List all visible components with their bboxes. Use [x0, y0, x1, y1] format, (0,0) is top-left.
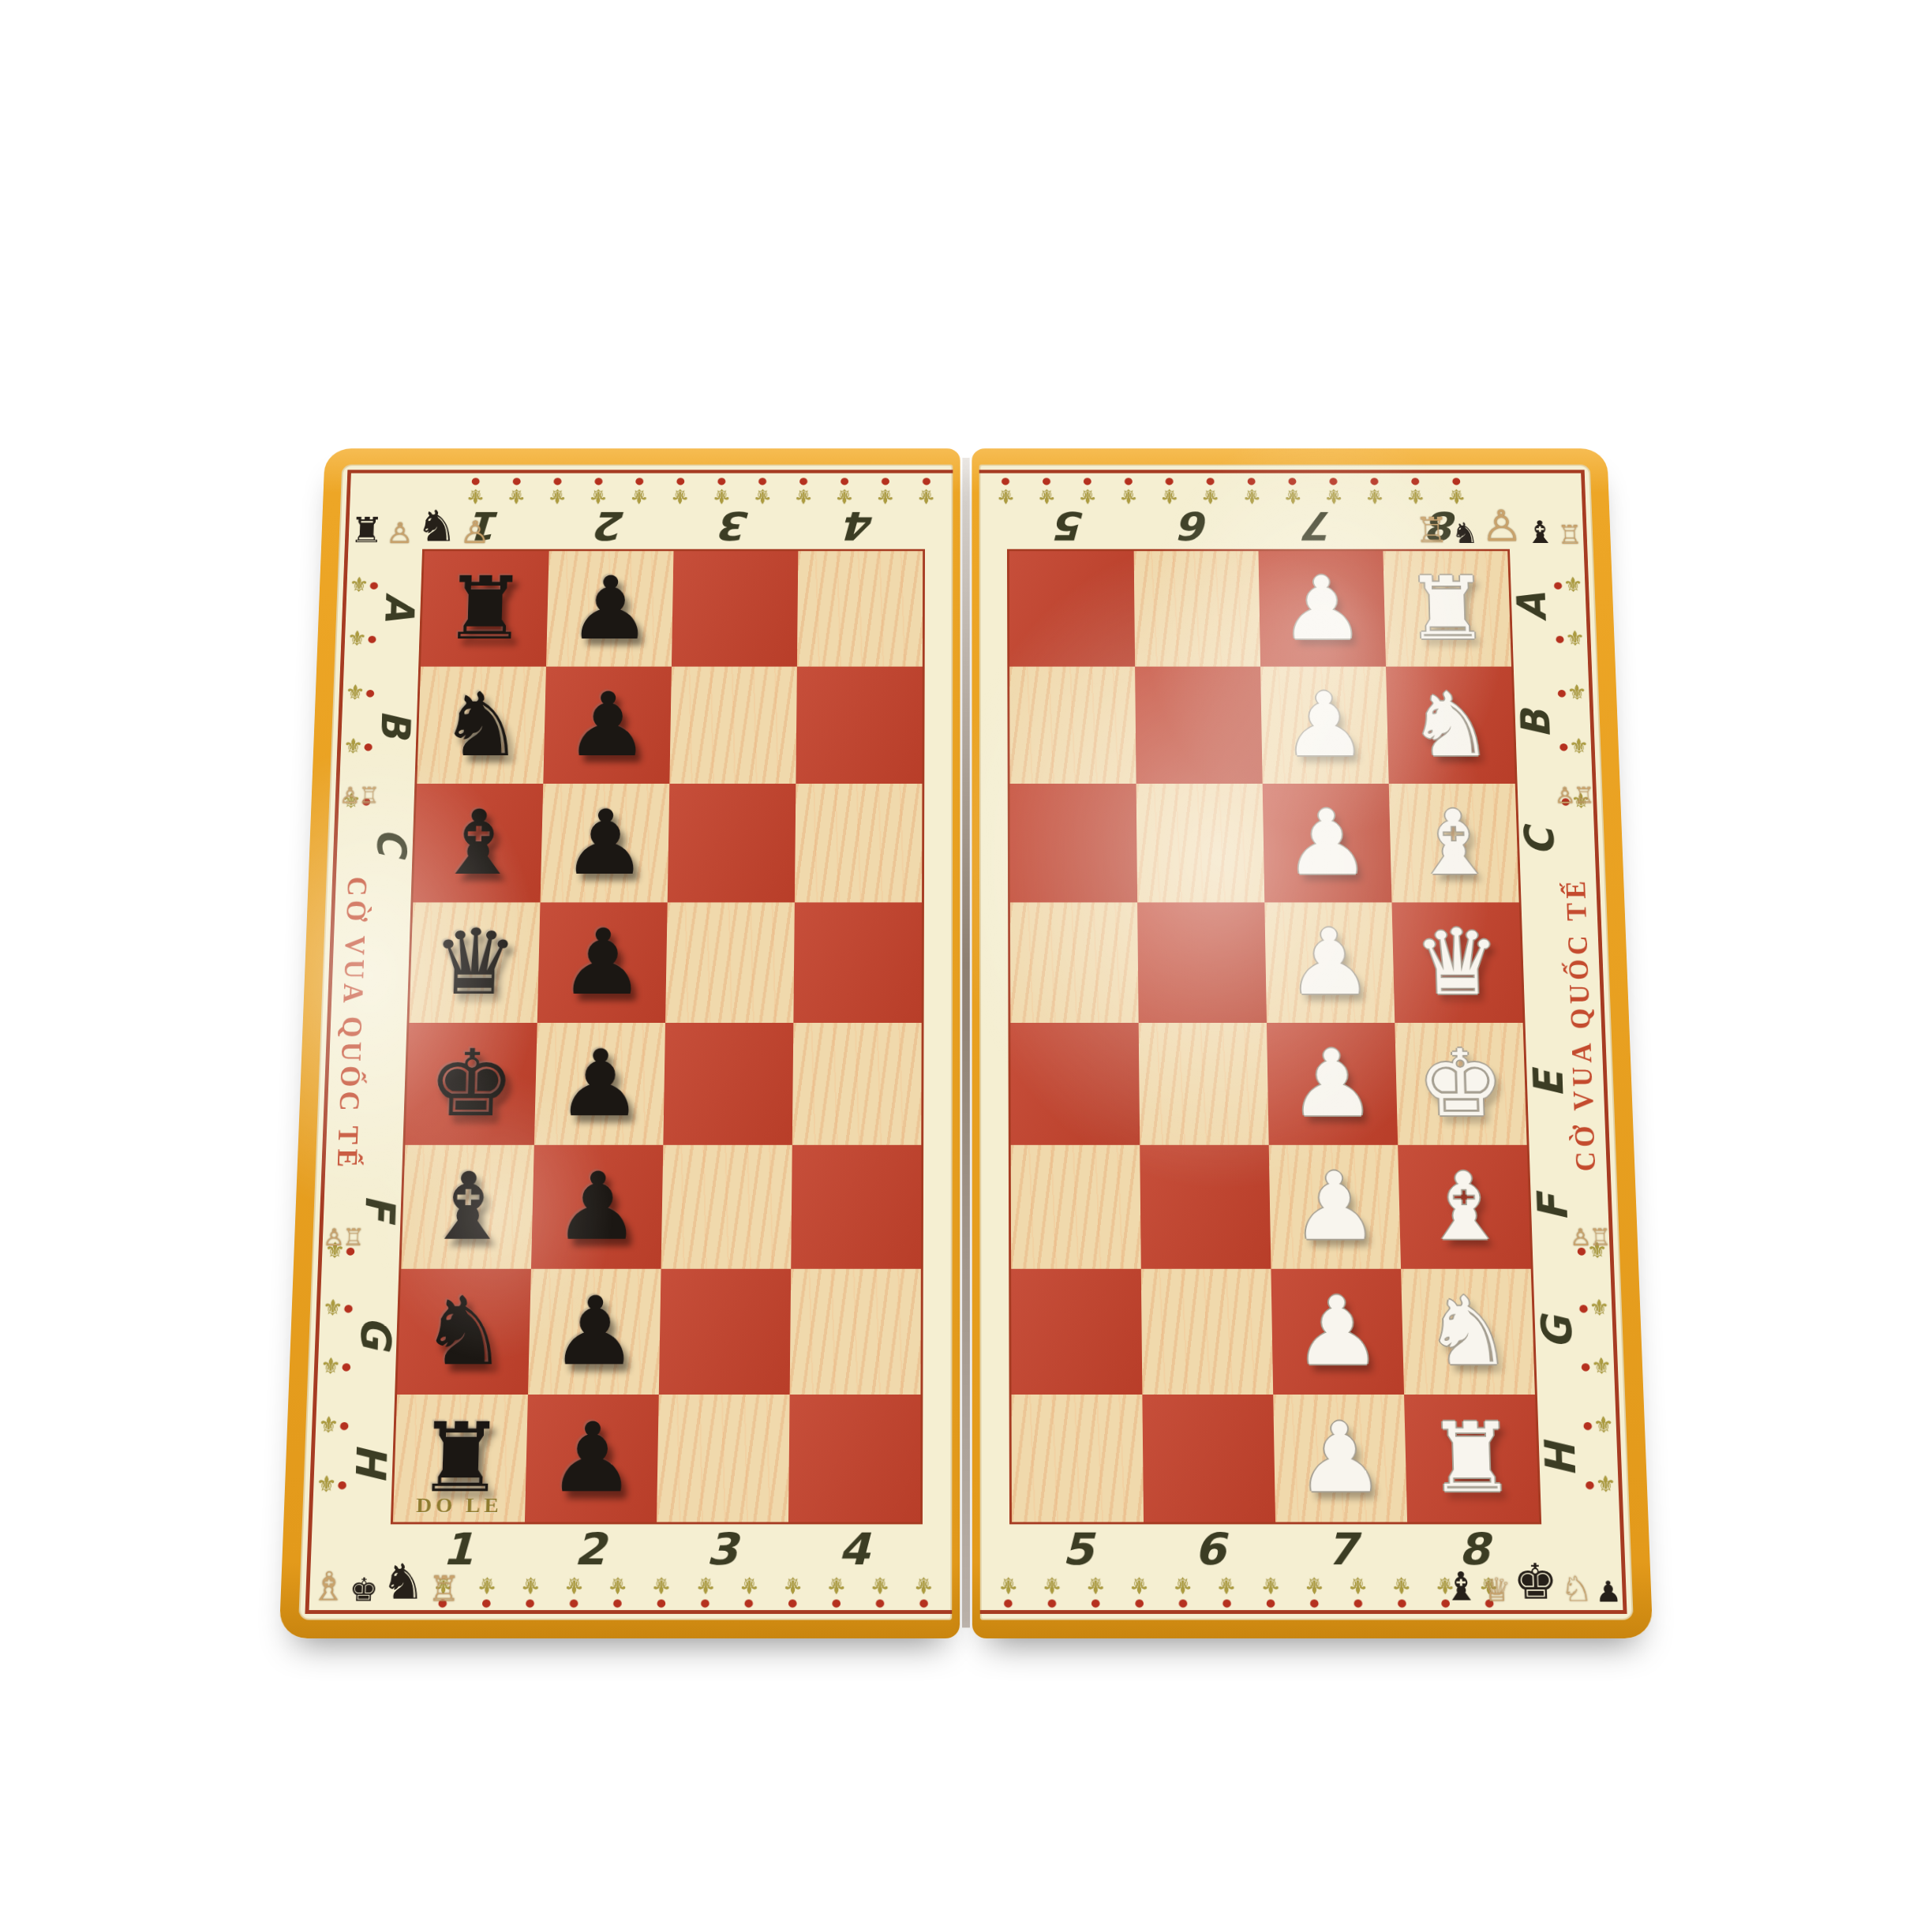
square-B3[interactable] — [669, 667, 797, 784]
piece-white-pawn[interactable]: ♟ — [1285, 902, 1373, 1023]
fleur-de-lis-ornament: ⚜● — [343, 736, 373, 757]
piece-black-bishop[interactable]: ♝ — [434, 784, 523, 902]
square-F7[interactable]: ♟ — [1269, 1145, 1401, 1269]
ornament-dot: ● — [676, 476, 686, 485]
fleur-de-lis-ornament: ⚜● — [322, 1297, 354, 1320]
fleur-de-lis-ornament: ⚜● — [913, 1573, 934, 1607]
tan-piece-illustration: ♘ — [1559, 1571, 1593, 1606]
square-B5[interactable] — [1009, 667, 1136, 784]
left-half-border-panel: ⚜●⚜●⚜●⚜●⚜●⚜●⚜●⚜●⚜●⚜●⚜●⚜● ⚜●⚜●⚜●⚜●⚜●⚜●⚜●⚜… — [298, 465, 953, 1620]
square-E2[interactable]: ♟ — [534, 1023, 665, 1145]
square-A6[interactable] — [1134, 551, 1260, 666]
square-C6[interactable] — [1136, 784, 1265, 902]
tan-piece-illustration: ♖ — [1557, 522, 1583, 548]
square-G5[interactable] — [1011, 1269, 1142, 1395]
ornament-dot: ● — [635, 476, 645, 485]
black-piece-illustration: ♚ — [349, 1574, 380, 1607]
fleur-de-lis-ornament: ⚜● — [834, 476, 854, 506]
fleur-de-lis-icon: ⚜ — [1041, 1573, 1062, 1596]
fleur-de-lis-icon: ⚜ — [476, 1573, 497, 1596]
piece-black-rook[interactable]: ♜ — [441, 551, 529, 666]
square-E3[interactable] — [663, 1023, 793, 1145]
fleur-de-lis-ornament: ⚜● — [1581, 1355, 1612, 1377]
fleur-de-lis-icon: ⚜ — [739, 1573, 760, 1596]
square-C3[interactable] — [668, 784, 796, 902]
right-edge-rook-illustration-lower: ♙♖ — [1565, 1224, 1613, 1250]
fleur-de-lis-ornament: ⚜● — [670, 476, 691, 506]
fleur-de-lis-ornament: ⚜● — [1559, 736, 1589, 757]
file-letter-G: G — [1533, 1270, 1581, 1396]
fleur-de-lis-icon: ⚜ — [320, 1355, 341, 1377]
rank-number-label: 5 — [1057, 506, 1087, 545]
ornament-dot: ● — [594, 476, 604, 485]
left-edge-rook-illustration-upper: ♙♖ — [335, 783, 382, 808]
fleur-de-lis-icon: ⚜ — [695, 1573, 716, 1596]
rank-number-top-4: 4 — [798, 506, 923, 546]
left-half-bottom-fleur-band: ⚜●⚜●⚜●⚜●⚜●⚜●⚜●⚜●⚜●⚜●⚜●⚜● — [421, 1573, 946, 1608]
square-D3[interactable] — [665, 902, 795, 1023]
square-C4[interactable] — [795, 784, 923, 902]
square-H7[interactable]: ♟ — [1273, 1395, 1407, 1522]
piece-white-pawn[interactable]: ♟ — [1283, 784, 1372, 902]
square-F3[interactable] — [661, 1145, 792, 1269]
square-B2[interactable]: ♟ — [543, 667, 672, 784]
ornament-dot: ● — [1555, 634, 1564, 643]
fleur-de-lis-icon: ⚜ — [318, 1413, 339, 1436]
tan-piece-illustration: ♙ — [323, 1223, 343, 1251]
rank-number-label: 7 — [1305, 506, 1335, 545]
fleur-de-lis-ornament: ⚜● — [1553, 575, 1583, 596]
fleur-de-lis-ornament: ⚜● — [1365, 476, 1385, 506]
fleur-de-lis-icon: ⚜ — [345, 682, 365, 702]
folding-chess-board: ⚜●⚜●⚜●⚜●⚜●⚜●⚜●⚜●⚜●⚜●⚜●⚜● ⚜●⚜●⚜●⚜●⚜●⚜●⚜●⚜… — [279, 448, 1653, 1638]
square-A5[interactable] — [1009, 551, 1135, 666]
fleur-de-lis-ornament: ⚜● — [752, 476, 772, 506]
rank-number-label: 4 — [846, 506, 876, 545]
maker-label: DO LE — [393, 1493, 526, 1518]
fleur-de-lis-icon: ⚜ — [1593, 1413, 1614, 1436]
square-B7[interactable]: ♟ — [1260, 667, 1389, 784]
fleur-de-lis-ornament: ⚜● — [996, 476, 1016, 506]
fleur-de-lis-icon: ⚜ — [520, 1573, 541, 1596]
tan-piece-illustration: ♙ — [1554, 782, 1574, 808]
file-letter-A: A — [377, 549, 422, 665]
fleur-de-lis-icon: ⚜ — [1241, 485, 1261, 505]
fleur-de-lis-ornament: ⚜● — [651, 1573, 672, 1607]
ornament-dot: ● — [1288, 476, 1297, 485]
tan-piece-illustration: ♖ — [427, 1571, 460, 1606]
square-G1[interactable]: ♞ — [397, 1269, 531, 1395]
square-E7[interactable]: ♟ — [1267, 1023, 1398, 1145]
ornament-dot: ● — [717, 476, 726, 485]
square-B4[interactable] — [796, 667, 922, 784]
piece-white-knight[interactable]: ♞ — [1406, 667, 1495, 784]
file-letter-G: G — [351, 1270, 399, 1396]
ornament-dot: ● — [1578, 1303, 1588, 1313]
square-F2[interactable]: ♟ — [531, 1145, 663, 1269]
square-D8[interactable]: ♛ — [1391, 902, 1522, 1023]
fleur-de-lis-ornament: ⚜● — [1172, 1573, 1193, 1607]
ornament-dot: ● — [1042, 476, 1050, 485]
square-D6[interactable] — [1137, 902, 1267, 1023]
fleur-de-lis-icon: ⚜ — [1282, 485, 1302, 505]
square-F6[interactable] — [1140, 1145, 1271, 1269]
rank-number-top-7: 7 — [1258, 506, 1383, 546]
square-H3[interactable] — [657, 1395, 790, 1522]
square-H2[interactable]: ♟ — [525, 1395, 659, 1522]
ornament-dot: ● — [881, 476, 889, 485]
square-E8[interactable]: ♚ — [1395, 1023, 1526, 1145]
fleur-de-lis-ornament: ⚜● — [1582, 1413, 1614, 1436]
file-letter-label: A — [376, 593, 424, 621]
black-piece-illustration: ♞ — [415, 504, 459, 548]
fleur-de-lis-ornament: ⚜● — [1077, 476, 1097, 506]
piece-white-pawn[interactable]: ♟ — [1281, 667, 1368, 784]
tan-piece-illustration: ♖ — [1589, 1223, 1609, 1251]
ornament-dot: ● — [512, 476, 522, 485]
square-A8[interactable]: ♜ — [1383, 551, 1511, 666]
file-letter-B: B — [1514, 665, 1559, 783]
square-F5[interactable] — [1011, 1145, 1141, 1269]
fleur-de-lis-ornament: ⚜● — [1129, 1573, 1150, 1607]
fleur-de-lis-icon: ⚜ — [913, 1573, 934, 1596]
fleur-de-lis-icon: ⚜ — [875, 485, 895, 505]
piece-white-pawn[interactable]: ♟ — [1294, 1395, 1386, 1522]
ornament-dot: ● — [1582, 1420, 1592, 1430]
square-G3[interactable] — [659, 1269, 791, 1395]
fleur-de-lis-ornament: ⚜● — [607, 1573, 628, 1607]
square-A4[interactable] — [797, 551, 923, 666]
piece-black-pawn[interactable]: ♟ — [555, 1023, 644, 1145]
rank-number-top-3: 3 — [674, 506, 799, 546]
fleur-de-lis-icon: ⚜ — [1347, 1573, 1368, 1596]
fleur-de-lis-ornament: ⚜● — [782, 1573, 803, 1607]
piece-white-bishop[interactable]: ♝ — [1410, 784, 1499, 902]
fleur-de-lis-icon: ⚜ — [1590, 1355, 1612, 1377]
fleur-de-lis-ornament: ⚜● — [793, 476, 813, 506]
square-H5[interactable] — [1012, 1395, 1144, 1522]
piece-black-knight[interactable]: ♞ — [418, 1269, 510, 1395]
right-half-top-fleur-band: ⚜●⚜●⚜●⚜●⚜●⚜●⚜●⚜●⚜●⚜●⚜●⚜● — [985, 475, 1477, 506]
piece-black-pawn[interactable]: ♟ — [561, 784, 650, 902]
fleur-de-lis-icon: ⚜ — [563, 1573, 585, 1596]
fleur-de-lis-ornament: ⚜● — [1036, 476, 1056, 506]
fleur-de-lis-ornament: ⚜● — [826, 1573, 847, 1607]
square-D7[interactable]: ♟ — [1264, 902, 1395, 1023]
rank-number-bottom-2: 2 — [523, 1527, 656, 1571]
ornament-dot: ● — [368, 634, 377, 643]
rank-number-top-2: 2 — [549, 506, 675, 546]
file-letter-label: A — [1508, 593, 1556, 621]
fleur-de-lis-icon: ⚜ — [826, 1573, 847, 1596]
fleur-de-lis-icon: ⚜ — [1037, 485, 1057, 505]
square-F8[interactable]: ♝ — [1398, 1145, 1531, 1269]
ornament-dot: ● — [1581, 1361, 1590, 1372]
top-rank-numbers-left-half: 1234 — [425, 506, 923, 546]
fleur-de-lis-icon: ⚜ — [547, 485, 567, 505]
rank-number-bottom-6: 6 — [1144, 1527, 1276, 1571]
piece-black-knight[interactable]: ♞ — [437, 667, 526, 784]
photo-scene: ⚜●⚜●⚜●⚜●⚜●⚜●⚜●⚜●⚜●⚜●⚜●⚜● ⚜●⚜●⚜●⚜●⚜●⚜●⚜●⚜… — [0, 183, 1932, 1932]
square-E5[interactable] — [1010, 1023, 1140, 1145]
tan-piece-illustration: ♙ — [459, 517, 490, 548]
black-piece-illustration: ♞ — [1451, 519, 1479, 548]
square-G2[interactable]: ♟ — [528, 1269, 661, 1395]
fleur-de-lis-ornament: ⚜● — [346, 628, 376, 649]
fleur-de-lis-ornament: ⚜● — [476, 1573, 498, 1607]
fleur-de-lis-ornament: ⚜● — [1303, 1573, 1324, 1607]
ornament-dot: ● — [1124, 476, 1133, 485]
fleur-de-lis-icon: ⚜ — [343, 736, 363, 757]
rank-number-top-5: 5 — [1009, 506, 1134, 546]
fleur-de-lis-icon: ⚜ — [629, 485, 649, 505]
fleur-de-lis-ornament: ⚜● — [1578, 1297, 1610, 1320]
ornament-dot: ● — [758, 476, 766, 485]
ornament-dot: ● — [365, 687, 375, 697]
square-A7[interactable]: ♟ — [1259, 551, 1387, 666]
ornament-dot: ● — [799, 476, 807, 485]
piece-white-pawn[interactable]: ♟ — [1279, 551, 1365, 666]
rank-number-bottom-5: 5 — [1012, 1527, 1144, 1571]
tan-piece-illustration: ♗ — [310, 1567, 348, 1606]
piece-white-pawn[interactable]: ♟ — [1290, 1145, 1380, 1269]
ornament-dot: ● — [1165, 476, 1174, 485]
tan-piece-illustration: ♖ — [1414, 513, 1449, 548]
fleur-de-lis-icon: ⚜ — [322, 1297, 343, 1320]
piece-black-pawn[interactable]: ♟ — [549, 1269, 640, 1395]
fleur-de-lis-ornament: ⚜● — [547, 476, 567, 506]
square-B8[interactable]: ♞ — [1386, 667, 1515, 784]
chessboard-grid-right-half: ♟♜♟♞♟♝♟♛♟♚♟♝♟♞♟♜ — [1007, 549, 1541, 1525]
fleur-de-lis-icon: ⚜ — [1172, 1573, 1193, 1596]
rank-number-bottom-7: 7 — [1275, 1527, 1408, 1571]
square-C5[interactable] — [1010, 784, 1138, 902]
fleur-de-lis-icon: ⚜ — [870, 1573, 891, 1596]
fleur-de-lis-ornament: ⚜● — [1555, 628, 1585, 649]
corner-illustration-top-left: ♜♙♞♙ — [349, 477, 492, 548]
board-right-half: ⚜●⚜●⚜●⚜●⚜●⚜●⚜●⚜●⚜●⚜●⚜●⚜● ⚜●⚜●⚜●⚜●⚜●⚜●⚜●⚜… — [972, 448, 1653, 1638]
fleur-de-lis-ornament: ⚜● — [1282, 476, 1303, 506]
square-H1[interactable]: ♜DO LE — [393, 1395, 528, 1522]
ornament-dot: ● — [1370, 476, 1380, 485]
rank-number-label: 3 — [721, 506, 751, 545]
rank-number-top-6: 6 — [1133, 506, 1258, 546]
ornament-dot: ● — [1559, 742, 1568, 751]
fleur-de-lis-icon: ⚜ — [793, 485, 813, 505]
fleur-de-lis-ornament: ⚜● — [1041, 1573, 1062, 1607]
left-half-top-fleur-band: ⚜●⚜●⚜●⚜●⚜●⚜●⚜●⚜●⚜●⚜●⚜●⚜● — [455, 475, 947, 506]
square-A1[interactable]: ♜ — [421, 551, 549, 666]
fleur-de-lis-ornament: ⚜● — [1391, 1573, 1413, 1607]
piece-white-bishop[interactable]: ♝ — [1419, 1145, 1510, 1269]
fleur-de-lis-icon: ⚜ — [916, 485, 936, 505]
square-E1[interactable]: ♚ — [405, 1023, 537, 1145]
chessboard-grid-left-half: ♜♟♞♟♝♟♛♟♚♟♝♟♞♟♜DO LE♟ — [391, 549, 925, 1525]
square-G7[interactable]: ♟ — [1271, 1269, 1404, 1395]
piece-black-pawn[interactable]: ♟ — [563, 667, 651, 784]
fleur-de-lis-icon: ⚜ — [670, 485, 690, 505]
ornament-dot: ● — [369, 580, 379, 590]
bottom-rank-numbers-left-half: 1234 — [391, 1527, 920, 1571]
square-B1[interactable]: ♞ — [417, 667, 546, 784]
tan-piece-illustration: ♙ — [339, 782, 358, 808]
piece-black-king[interactable]: ♚ — [426, 1023, 516, 1145]
ornament-dot: ● — [1247, 476, 1256, 485]
ornament-dot: ● — [364, 742, 373, 751]
fleur-de-lis-icon: ⚜ — [349, 575, 369, 596]
fleur-de-lis-ornament: ⚜● — [1347, 1573, 1368, 1607]
board-left-half: ⚜●⚜●⚜●⚜●⚜●⚜●⚜●⚜●⚜●⚜●⚜●⚜● ⚜●⚜●⚜●⚜●⚜●⚜●⚜●⚜… — [279, 448, 960, 1638]
square-C7[interactable]: ♟ — [1263, 784, 1392, 902]
square-A3[interactable] — [672, 551, 798, 666]
fleur-de-lis-icon: ⚜ — [1216, 1573, 1237, 1596]
fleur-de-lis-ornament: ⚜● — [563, 1573, 585, 1607]
square-G4[interactable] — [790, 1269, 921, 1395]
fleur-de-lis-icon: ⚜ — [1589, 1297, 1610, 1320]
fleur-de-lis-icon: ⚜ — [782, 1573, 803, 1596]
fleur-de-lis-ornament: ⚜● — [1216, 1573, 1237, 1607]
corner-illustration-top-right: ♖♞♙♝♖ — [1413, 477, 1583, 548]
black-piece-illustration: ♝ — [1525, 517, 1556, 548]
piece-white-king[interactable]: ♚ — [1416, 1023, 1506, 1145]
square-F1[interactable]: ♝ — [401, 1145, 534, 1269]
fleur-de-lis-icon: ⚜ — [1260, 1573, 1281, 1596]
tan-piece-illustration: ♕ — [1481, 1574, 1511, 1607]
fleur-de-lis-ornament: ⚜● — [1324, 476, 1344, 506]
square-B6[interactable] — [1135, 667, 1263, 784]
square-D2[interactable]: ♟ — [537, 902, 668, 1023]
fleur-de-lis-ornament: ⚜● — [318, 1413, 350, 1436]
fleur-de-lis-ornament: ⚜● — [1557, 682, 1588, 702]
fleur-de-lis-icon: ⚜ — [1118, 485, 1138, 505]
right-half-border-panel: ⚜●⚜●⚜●⚜●⚜●⚜●⚜●⚜●⚜●⚜●⚜●⚜● ⚜●⚜●⚜●⚜●⚜●⚜●⚜●⚜… — [979, 465, 1634, 1620]
left-edge-rook-illustration-lower: ♙♖ — [319, 1224, 367, 1250]
piece-black-pawn[interactable]: ♟ — [567, 551, 653, 666]
corner-illustration-bottom-right: ♝♕♚♘♟ — [1442, 1527, 1623, 1606]
fleur-de-lis-icon: ⚜ — [607, 1573, 628, 1596]
piece-white-rook[interactable]: ♜ — [1403, 551, 1491, 666]
fleur-de-lis-ornament: ⚜● — [870, 1573, 891, 1607]
square-G8[interactable]: ♞ — [1401, 1269, 1535, 1395]
piece-white-pawn[interactable]: ♟ — [1287, 1023, 1376, 1145]
square-C8[interactable]: ♝ — [1389, 784, 1519, 902]
fleur-de-lis-icon: ⚜ — [1303, 1573, 1324, 1596]
piece-white-rook[interactable]: ♜ — [1425, 1395, 1518, 1522]
fleur-de-lis-ornament: ⚜● — [1118, 476, 1138, 506]
rank-number-bottom-3: 3 — [656, 1527, 788, 1571]
piece-white-queen[interactable]: ♛ — [1413, 902, 1503, 1023]
square-D5[interactable] — [1010, 902, 1139, 1023]
fleur-de-lis-ornament: ⚜● — [1585, 1473, 1616, 1496]
fleur-de-lis-icon: ⚜ — [1159, 485, 1179, 505]
right-edge-rook-illustration-upper: ♙♖ — [1550, 783, 1597, 808]
piece-black-bishop[interactable]: ♝ — [422, 1145, 513, 1269]
square-C2[interactable]: ♟ — [541, 784, 670, 902]
square-H4[interactable] — [788, 1395, 920, 1522]
fleur-de-lis-icon: ⚜ — [506, 485, 526, 505]
square-G6[interactable] — [1141, 1269, 1273, 1395]
piece-black-pawn[interactable]: ♟ — [558, 902, 646, 1023]
ornament-dot: ● — [1553, 580, 1563, 590]
ornament-dot: ● — [1083, 476, 1091, 485]
piece-black-pawn[interactable]: ♟ — [546, 1395, 638, 1522]
fleur-de-lis-ornament: ⚜● — [629, 476, 650, 506]
fleur-de-lis-ornament: ⚜● — [875, 476, 895, 506]
fleur-de-lis-ornament: ⚜● — [916, 476, 936, 506]
tan-piece-illustration: ♙ — [385, 519, 414, 548]
tan-piece-illustration: ♙ — [1569, 1223, 1589, 1251]
square-D1[interactable]: ♛ — [409, 902, 540, 1023]
ornament-dot: ● — [840, 476, 848, 485]
fleur-de-lis-icon: ⚜ — [1595, 1473, 1616, 1496]
square-A2[interactable]: ♟ — [546, 551, 674, 666]
file-letter-H: H — [347, 1396, 395, 1524]
fleur-de-lis-icon: ⚜ — [998, 1573, 1019, 1596]
fleur-de-lis-icon: ⚜ — [1565, 628, 1586, 649]
square-H8[interactable]: ♜ — [1404, 1395, 1539, 1522]
black-piece-illustration: ♚ — [1512, 1558, 1559, 1607]
ornament-dot: ● — [1001, 476, 1009, 485]
ornament-dot: ● — [342, 1361, 351, 1372]
square-F4[interactable] — [791, 1145, 921, 1269]
fleur-de-lis-ornament: ⚜● — [588, 476, 608, 506]
fleur-de-lis-ornament: ⚜● — [349, 575, 379, 596]
ornament-dot: ● — [343, 1303, 353, 1313]
file-letter-label: G — [1532, 1316, 1582, 1350]
fleur-de-lis-ornament: ⚜● — [998, 1573, 1019, 1607]
square-D4[interactable] — [793, 902, 922, 1023]
square-E6[interactable] — [1139, 1023, 1269, 1145]
file-letter-H: H — [1537, 1396, 1585, 1524]
fleur-de-lis-ornament: ⚜● — [519, 1573, 541, 1607]
fleur-de-lis-icon: ⚜ — [1568, 736, 1589, 757]
rank-number-label: 2 — [597, 506, 627, 545]
fleur-de-lis-icon: ⚜ — [752, 485, 772, 505]
fleur-de-lis-ornament: ⚜● — [1085, 1573, 1106, 1607]
file-letter-label: B — [372, 710, 419, 738]
ornament-dot: ● — [1585, 1479, 1594, 1489]
fleur-de-lis-ornament: ⚜● — [345, 682, 376, 702]
tan-piece-illustration: ♖ — [358, 782, 378, 808]
rank-number-bottom-4: 4 — [788, 1527, 920, 1571]
fleur-de-lis-icon: ⚜ — [1129, 1573, 1150, 1596]
corner-illustration-bottom-left: ♗♚♞♖ — [310, 1527, 462, 1606]
fleur-de-lis-ornament: ⚜● — [1260, 1573, 1281, 1607]
ornament-dot: ● — [337, 1479, 346, 1489]
fleur-de-lis-icon: ⚜ — [1365, 485, 1385, 505]
fleur-de-lis-ornament: ⚜● — [506, 476, 526, 506]
square-E4[interactable] — [792, 1023, 922, 1145]
square-H6[interactable] — [1142, 1395, 1275, 1522]
piece-black-queen[interactable]: ♛ — [430, 902, 520, 1023]
fleur-de-lis-icon: ⚜ — [996, 485, 1016, 505]
right-half-bottom-fleur-band: ⚜●⚜●⚜●⚜●⚜●⚜●⚜●⚜●⚜●⚜●⚜●⚜● — [987, 1573, 1512, 1608]
fleur-de-lis-ornament: ⚜● — [320, 1355, 351, 1377]
piece-black-pawn[interactable]: ♟ — [552, 1145, 642, 1269]
ornament-dot: ● — [1206, 476, 1215, 485]
black-piece-illustration: ♝ — [1443, 1567, 1480, 1606]
tan-piece-illustration: ♙ — [1480, 504, 1523, 548]
piece-white-pawn[interactable]: ♟ — [1292, 1269, 1383, 1395]
file-letter-label: H — [1536, 1443, 1586, 1477]
file-letter-label: G — [350, 1316, 400, 1350]
black-piece-illustration: ♞ — [380, 1558, 427, 1607]
square-C1[interactable]: ♝ — [413, 784, 543, 902]
fleur-de-lis-icon: ⚜ — [1391, 1573, 1412, 1596]
piece-white-knight[interactable]: ♞ — [1422, 1269, 1514, 1395]
ornament-dot: ● — [1557, 687, 1567, 697]
fleur-de-lis-icon: ⚜ — [1085, 1573, 1106, 1596]
